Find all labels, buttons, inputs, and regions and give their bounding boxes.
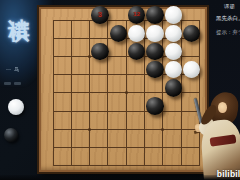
grid-line-h bbox=[53, 129, 201, 130]
black-stone[interactable]: 3 bbox=[91, 6, 109, 24]
star-point bbox=[88, 55, 91, 58]
white-stone-indicator bbox=[8, 99, 24, 115]
hint-text: 提示：弃子是关键 bbox=[216, 29, 240, 36]
character-art bbox=[190, 90, 240, 180]
black-stone[interactable] bbox=[165, 79, 183, 97]
bottom-shade bbox=[0, 175, 240, 180]
bilibili-logo: bilibili bbox=[217, 169, 240, 179]
white-stone[interactable] bbox=[183, 61, 201, 79]
grid-line-v bbox=[162, 20, 163, 167]
white-stone[interactable] bbox=[165, 61, 183, 79]
star-point bbox=[125, 91, 128, 94]
grid-line-h bbox=[53, 165, 201, 166]
panel-header: 课题 bbox=[224, 3, 235, 10]
objective-text: 黑先杀白。 bbox=[216, 15, 240, 22]
white-stone[interactable] bbox=[165, 43, 183, 61]
grid-line-h bbox=[53, 147, 201, 148]
puzzle-mode-title: 诘棋 bbox=[4, 2, 34, 69]
black-stone[interactable] bbox=[146, 97, 164, 115]
game-screen: 诘棋 一鸟 312 课题 黑先杀白。 提示：弃子是关键 bilibili bbox=[0, 0, 240, 180]
move-number-label: 12 bbox=[128, 6, 146, 24]
black-stone[interactable]: 12 bbox=[128, 6, 146, 24]
left-decor-mark bbox=[14, 82, 21, 85]
black-stone[interactable] bbox=[183, 25, 201, 43]
character-face bbox=[218, 102, 227, 113]
grid-line-v bbox=[144, 20, 145, 167]
grid-line-v bbox=[181, 20, 182, 167]
go-board[interactable]: 312 bbox=[37, 5, 209, 174]
move-number-label: 3 bbox=[91, 6, 109, 24]
black-stone[interactable] bbox=[110, 25, 128, 43]
white-stone[interactable] bbox=[146, 25, 164, 43]
black-stone[interactable] bbox=[128, 43, 146, 61]
puzzle-subtitle: 一鸟 bbox=[6, 66, 22, 72]
white-stone[interactable] bbox=[128, 25, 146, 43]
black-stone[interactable] bbox=[146, 43, 164, 61]
black-stone[interactable] bbox=[146, 61, 164, 79]
white-stone[interactable] bbox=[165, 25, 183, 43]
star-point bbox=[88, 128, 91, 131]
grid-line-h bbox=[53, 111, 201, 112]
black-stone[interactable] bbox=[146, 6, 164, 24]
white-stone[interactable] bbox=[165, 6, 183, 24]
black-stone[interactable] bbox=[91, 43, 109, 61]
left-decor-mark bbox=[4, 82, 11, 85]
black-stone-indicator bbox=[4, 128, 18, 142]
